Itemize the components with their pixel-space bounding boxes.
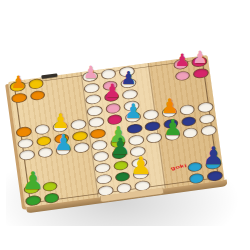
cell-r5-c10 xyxy=(197,112,217,126)
cell-r1-c10 xyxy=(191,66,211,80)
pink-pawn[interactable]: ♟ xyxy=(82,64,99,81)
white-circle-track xyxy=(17,138,34,150)
cell-r0-c9: ♟ xyxy=(171,57,191,71)
navy-circle-goal xyxy=(144,120,161,132)
cell-r1-c1 xyxy=(28,88,48,102)
cell-r1-c9 xyxy=(173,69,193,83)
cell-r0-c10: ♟ xyxy=(189,55,209,69)
cell-r6-c3 xyxy=(72,141,92,155)
white-circle-track xyxy=(146,132,163,144)
orange-circle-goal xyxy=(90,128,107,140)
cell-r1-c0 xyxy=(10,91,30,105)
orange-circle-home xyxy=(11,92,28,104)
cell-r5-c0 xyxy=(16,137,36,151)
orange-circle-home xyxy=(29,90,46,102)
cell-r10-c9 xyxy=(187,171,207,185)
cell-r6-c10 xyxy=(199,123,219,137)
yellow-pawn[interactable]: ♟ xyxy=(129,154,153,178)
darkgreen-pawn[interactable]: ♟ xyxy=(109,135,132,158)
cell-r0-c4: ♟ xyxy=(81,70,101,84)
cell-r6-c8: ♟ xyxy=(162,128,182,142)
board-3d-wrap: goki ♟♟♟♟♟♟♟♟♟♟♟♟♟♟♟♟ xyxy=(8,55,225,207)
yellow-circle-goal xyxy=(35,135,52,147)
white-circle-track xyxy=(199,113,216,125)
white-circle-track xyxy=(73,142,90,154)
sky-circle-home xyxy=(188,173,205,185)
green-circle-home xyxy=(25,195,42,207)
cell-r10-c0 xyxy=(24,194,44,208)
sky-pawn[interactable]: ♟ xyxy=(53,132,75,154)
cell-r10-c10 xyxy=(205,169,225,183)
cell-r3-c4 xyxy=(85,104,105,118)
cell-r2-c5: ♟ xyxy=(102,90,122,104)
white-circle-track xyxy=(87,105,104,117)
cell-r9-c0: ♟ xyxy=(22,182,42,196)
green-pawn[interactable]: ♟ xyxy=(162,117,184,139)
orange-pawn[interactable]: ♟ xyxy=(160,96,180,116)
green-circle-home xyxy=(43,192,60,204)
sky-pawn[interactable]: ♟ xyxy=(123,101,143,121)
navy-circle-home xyxy=(206,170,223,182)
cell-r5-c4 xyxy=(88,127,108,141)
magenta-circle-home xyxy=(192,68,209,80)
cell-r7-c5: ♟ xyxy=(110,147,130,161)
ludo-board: goki ♟♟♟♟♟♟♟♟♟♟♟♟♟♟♟♟ xyxy=(8,55,225,207)
cell-r5-c7 xyxy=(143,119,163,133)
magenta-pawn[interactable]: ♟ xyxy=(103,82,122,101)
navy-pawn[interactable]: ♟ xyxy=(120,69,138,87)
cell-r6-c2: ♟ xyxy=(54,143,74,157)
white-circle-track xyxy=(37,147,54,159)
cell-r6-c0 xyxy=(17,148,37,162)
orange-pawn[interactable]: ♟ xyxy=(10,73,27,90)
pink-pawn[interactable]: ♟ xyxy=(191,49,208,66)
yellow-pawn[interactable]: ♟ xyxy=(51,111,71,131)
cell-r0-c0: ♟ xyxy=(8,80,28,94)
white-circle-track xyxy=(200,125,217,137)
magenta-pawn[interactable]: ♟ xyxy=(173,51,190,68)
product-photo-scene: goki ♟♟♟♟♟♟♟♟♟♟♟♟♟♟♟♟ xyxy=(0,0,250,250)
cell-r9-c6: ♟ xyxy=(131,167,151,181)
navy-pawn[interactable]: ♟ xyxy=(202,144,226,168)
white-circle-track xyxy=(182,127,199,139)
pink-circle-home xyxy=(174,70,191,82)
cell-r9-c10: ♟ xyxy=(203,158,223,172)
white-circle-track xyxy=(19,149,36,161)
grass-pawn[interactable]: ♟ xyxy=(20,169,44,193)
cell-r10-c1 xyxy=(42,191,62,205)
cell-r5-c1 xyxy=(34,134,54,148)
